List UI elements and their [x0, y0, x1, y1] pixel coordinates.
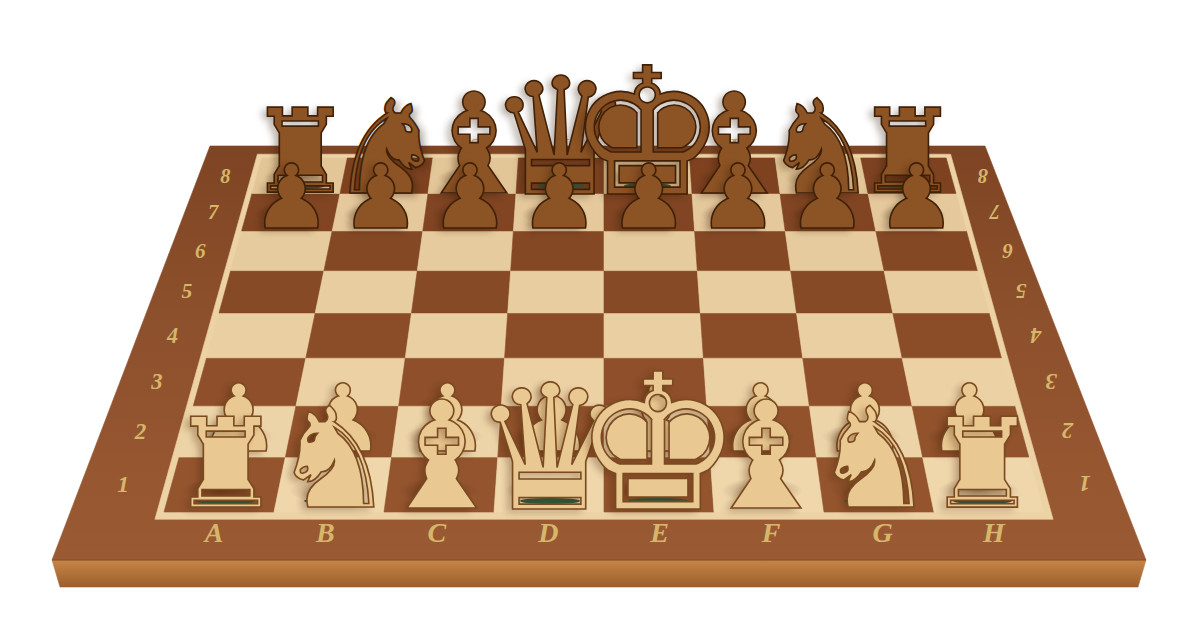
square-e5[interactable]: [604, 271, 700, 313]
rank-label-right-1: 1: [1079, 471, 1091, 497]
square-b5[interactable]: [315, 271, 417, 313]
rank-label-left-6: 6: [195, 239, 206, 263]
square-b4[interactable]: [306, 313, 412, 358]
chessboard-photo: ABCDEFGHABCDEFGH1122334455667788 ♜♞♝♛♚♝♞…: [0, 0, 1200, 632]
rank-label-right-5: 5: [1016, 279, 1027, 303]
rank-label-right-8: 8: [978, 165, 988, 187]
piece-black-pawn-g7[interactable]: ♟: [787, 152, 867, 241]
rank-label-left-1: 1: [117, 471, 129, 497]
piece-black-pawn-a7[interactable]: ♟: [252, 152, 332, 241]
square-h4[interactable]: [893, 313, 1002, 358]
piece-black-pawn-e7[interactable]: ♟: [609, 152, 689, 241]
rank-label-left-8: 8: [220, 165, 230, 187]
board-side-edge: [52, 560, 1146, 587]
square-a4[interactable]: [207, 313, 316, 358]
rank-label-left-2: 2: [134, 418, 147, 444]
rank-label-right-3: 3: [1045, 369, 1057, 394]
piece-white-knight-g1[interactable]: ♞: [812, 390, 937, 529]
rank-label-right-2: 2: [1061, 418, 1074, 444]
piece-black-pawn-b7[interactable]: ♟: [341, 152, 421, 241]
piece-black-pawn-c7[interactable]: ♟: [430, 152, 510, 241]
piece-black-pawn-d7[interactable]: ♟: [519, 152, 599, 241]
piece-white-rook-h1[interactable]: ♜: [927, 402, 1038, 526]
rank-label-left-3: 3: [150, 369, 162, 394]
square-g5[interactable]: [791, 271, 893, 313]
square-c5[interactable]: [412, 271, 511, 313]
square-g4[interactable]: [797, 313, 903, 358]
square-f5[interactable]: [697, 271, 796, 313]
rank-label-left-5: 5: [181, 279, 192, 303]
piece-black-pawn-h7[interactable]: ♟: [876, 152, 956, 241]
square-a5[interactable]: [219, 271, 324, 313]
piece-black-pawn-f7[interactable]: ♟: [698, 152, 778, 241]
rank-label-left-4: 4: [166, 323, 178, 348]
rank-label-right-4: 4: [1030, 323, 1042, 348]
piece-white-rook-a1[interactable]: ♜: [170, 402, 281, 526]
square-h5[interactable]: [884, 271, 989, 313]
rank-label-right-6: 6: [1002, 239, 1013, 263]
square-d5[interactable]: [508, 271, 604, 313]
rank-label-right-7: 7: [988, 201, 1000, 223]
rank-label-left-7: 7: [208, 201, 220, 223]
